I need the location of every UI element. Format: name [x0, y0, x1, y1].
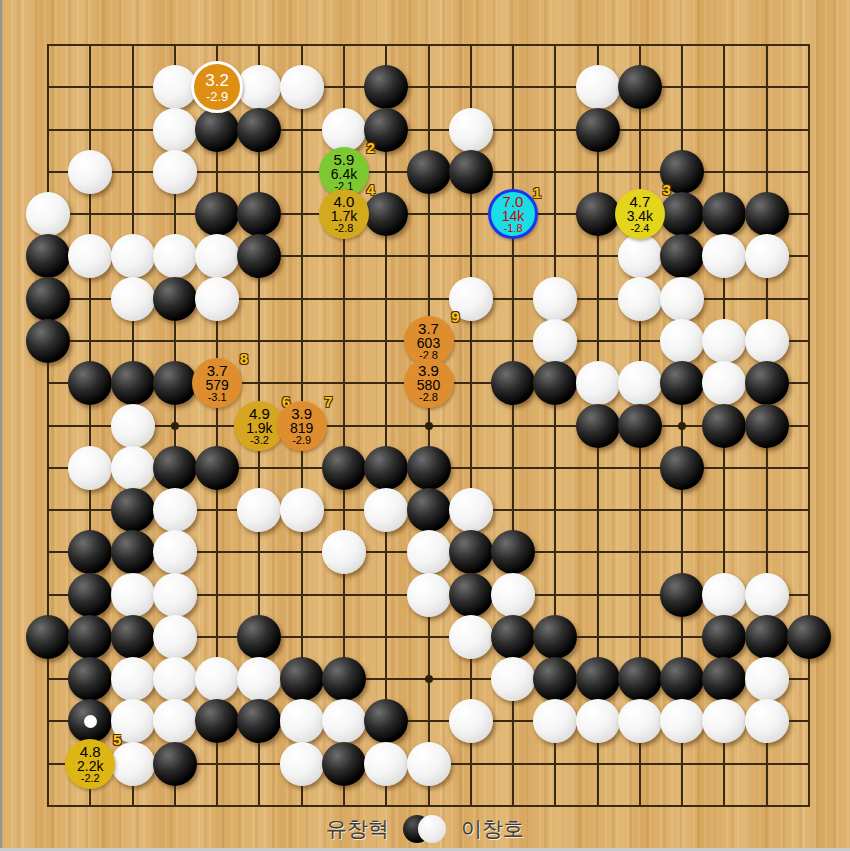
visits-value: 1.9k — [246, 421, 272, 435]
black-stone — [407, 150, 451, 194]
black-stone — [237, 108, 281, 152]
white-stone — [576, 699, 620, 743]
black-stone — [533, 615, 577, 659]
white-stone — [407, 530, 451, 574]
black-stone — [111, 488, 155, 532]
white-stone — [237, 657, 281, 701]
black-stone — [364, 446, 408, 490]
white-stone — [364, 488, 408, 532]
score-delta: -1.8 — [504, 223, 523, 234]
score-delta: -2.9 — [292, 435, 311, 446]
black-stone — [111, 530, 155, 574]
white-stone — [745, 234, 789, 278]
black-stone — [195, 108, 239, 152]
white-stone — [153, 530, 197, 574]
white-stone — [449, 615, 493, 659]
score-delta: -2.9 — [206, 90, 228, 103]
go-board[interactable]: 7.014k-1.815.96.4k-2.124.73.4k-2.434.01.… — [0, 0, 850, 851]
black-stone — [660, 361, 704, 405]
black-stone — [153, 742, 197, 786]
black-stone — [195, 446, 239, 490]
white-stone — [153, 699, 197, 743]
black-stone — [195, 192, 239, 236]
black-stone — [237, 234, 281, 278]
black-stone — [745, 361, 789, 405]
black-stone — [364, 65, 408, 109]
black-stone — [787, 615, 831, 659]
white-stone — [618, 699, 662, 743]
white-stone — [280, 742, 324, 786]
white-stone — [491, 573, 535, 617]
black-stone — [68, 573, 112, 617]
black-stone — [111, 615, 155, 659]
star-point — [678, 422, 686, 430]
white-stone — [533, 319, 577, 363]
black-stone — [68, 657, 112, 701]
winrate-value: 3.9 — [418, 363, 439, 378]
white-stone — [618, 277, 662, 321]
white-stone — [660, 277, 704, 321]
grid-vline — [808, 44, 810, 807]
candidate-rank-badge: 5 — [113, 732, 121, 747]
black-stone — [153, 361, 197, 405]
visits-value: 819 — [290, 421, 313, 435]
candidate-move-1[interactable]: 7.014k-1.81 — [488, 189, 538, 239]
white-stone — [576, 361, 620, 405]
black-stone — [618, 65, 662, 109]
white-stone — [702, 319, 746, 363]
black-stone — [322, 657, 366, 701]
white-stone — [322, 108, 366, 152]
visits-value: 3.4k — [627, 209, 653, 223]
candidate-rank-badge: 2 — [367, 140, 375, 155]
winrate-value: 3.2 — [205, 72, 229, 90]
winrate-value: 4.7 — [629, 194, 650, 209]
star-point — [171, 422, 179, 430]
black-stone — [576, 108, 620, 152]
white-stone — [407, 742, 451, 786]
candidate-rank-badge: 7 — [324, 394, 332, 409]
black-stone — [660, 573, 704, 617]
black-stone — [660, 234, 704, 278]
black-stone — [533, 361, 577, 405]
candidate-rank-badge: 1 — [533, 185, 541, 200]
visits-value: 1.7k — [331, 209, 357, 223]
white-stone — [618, 361, 662, 405]
white-stone — [195, 234, 239, 278]
black-stone — [702, 404, 746, 448]
white-stone — [111, 573, 155, 617]
candidate-rank-badge: 3 — [663, 182, 671, 197]
white-stone — [153, 234, 197, 278]
black-stone — [322, 742, 366, 786]
black-stone — [660, 657, 704, 701]
white-stone — [533, 699, 577, 743]
white-stone — [111, 657, 155, 701]
winrate-value: 3.9 — [291, 406, 312, 421]
white-stone — [745, 573, 789, 617]
black-stone — [745, 615, 789, 659]
winrate-value: 4.8 — [80, 744, 101, 759]
white-stone — [68, 234, 112, 278]
white-player-name: 이창호 — [461, 815, 524, 843]
score-delta: -2.2 — [81, 773, 100, 784]
white-stone — [111, 742, 155, 786]
black-stone — [660, 446, 704, 490]
black-stone — [449, 530, 493, 574]
visits-value: 6.4k — [331, 167, 357, 181]
white-stone — [364, 742, 408, 786]
white-stone — [576, 65, 620, 109]
visits-value: 603 — [417, 336, 440, 350]
black-stone — [745, 404, 789, 448]
white-stone — [68, 150, 112, 194]
black-stone — [68, 530, 112, 574]
white-stone — [702, 234, 746, 278]
score-delta: -3.2 — [250, 435, 269, 446]
white-stone — [153, 150, 197, 194]
black-stone — [407, 446, 451, 490]
winrate-value: 3.7 — [207, 363, 228, 378]
candidate-move[interactable]: 3.9580-2.8 — [404, 358, 454, 408]
white-stone — [491, 657, 535, 701]
black-stone — [576, 657, 620, 701]
black-stone — [491, 615, 535, 659]
visits-value: 14k — [502, 209, 525, 223]
candidate-rank-badge: 4 — [367, 182, 375, 197]
winrate-value: 3.7 — [418, 321, 439, 336]
winrate-value: 5.9 — [334, 152, 355, 167]
visits-value: 2.2k — [77, 759, 103, 773]
black-stone — [702, 615, 746, 659]
black-stone — [745, 192, 789, 236]
white-stone — [533, 277, 577, 321]
black-stone — [237, 192, 281, 236]
white-stone — [449, 699, 493, 743]
score-delta: -2.4 — [630, 223, 649, 234]
white-stone — [618, 234, 662, 278]
black-stone — [364, 192, 408, 236]
winrate-value: 7.0 — [503, 194, 524, 209]
white-stone — [111, 234, 155, 278]
black-player-name: 유창혁 — [326, 815, 389, 843]
white-stone — [280, 699, 324, 743]
candidate-move-8[interactable]: 3.7579-3.18 — [192, 358, 242, 408]
white-stone — [660, 319, 704, 363]
white-stone — [449, 488, 493, 532]
candidate-rank-badge: 9 — [451, 309, 459, 324]
candidate-move-7[interactable]: 3.9819-2.97 — [277, 401, 327, 451]
white-stone — [153, 108, 197, 152]
white-stone — [702, 361, 746, 405]
black-stone — [576, 192, 620, 236]
black-stone — [660, 192, 704, 236]
black-stone — [449, 573, 493, 617]
black-stone — [280, 657, 324, 701]
black-stone — [702, 657, 746, 701]
white-stone — [449, 108, 493, 152]
black-stone — [449, 150, 493, 194]
black-stone — [26, 277, 70, 321]
score-delta: -2.8 — [334, 223, 353, 234]
white-stone — [745, 699, 789, 743]
white-stone — [153, 573, 197, 617]
white-stone — [195, 277, 239, 321]
players-caption: 유창혁 이창호 — [0, 814, 850, 844]
black-stone — [68, 361, 112, 405]
white-stone — [195, 657, 239, 701]
black-stone — [26, 615, 70, 659]
go-review-screen: 7.014k-1.815.96.4k-2.124.73.4k-2.434.01.… — [0, 0, 850, 851]
black-stone — [153, 277, 197, 321]
black-stone — [153, 446, 197, 490]
visits-value: 579 — [205, 378, 228, 392]
black-stone — [364, 699, 408, 743]
black-stone — [237, 615, 281, 659]
white-stone — [26, 192, 70, 236]
white-stone — [660, 699, 704, 743]
candidate-move-5[interactable]: 4.82.2k-2.25 — [65, 739, 115, 789]
white-stone — [237, 488, 281, 532]
score-delta: -2.8 — [419, 392, 438, 403]
winrate-value: 4.9 — [249, 406, 270, 421]
black-stone — [26, 234, 70, 278]
white-stone — [111, 277, 155, 321]
white-stone — [153, 615, 197, 659]
star-point — [425, 675, 433, 683]
black-stone — [237, 699, 281, 743]
star-point — [425, 422, 433, 430]
white-stone — [745, 319, 789, 363]
black-stone — [68, 615, 112, 659]
white-stone — [68, 446, 112, 490]
score-delta: -3.1 — [208, 392, 227, 403]
grid-hline — [47, 805, 810, 807]
white-stone — [702, 699, 746, 743]
candidate-move-4[interactable]: 4.01.7k-2.84 — [319, 189, 369, 239]
left-edge-bar — [0, 0, 2, 851]
black-stone — [322, 446, 366, 490]
black-stone — [407, 488, 451, 532]
white-stone — [237, 65, 281, 109]
white-stone — [702, 573, 746, 617]
white-stone — [280, 65, 324, 109]
black-stone — [491, 530, 535, 574]
candidate-move[interactable]: 3.2-2.9 — [191, 61, 243, 113]
black-stone — [491, 361, 535, 405]
black-stone — [618, 657, 662, 701]
white-stone — [280, 488, 324, 532]
black-stone — [26, 319, 70, 363]
white-stone — [407, 573, 451, 617]
black-stone — [195, 699, 239, 743]
white-stone — [111, 404, 155, 448]
white-stone — [111, 446, 155, 490]
last-move-marker — [84, 715, 97, 728]
white-stone — [745, 657, 789, 701]
visits-value: 580 — [417, 378, 440, 392]
black-stone — [111, 361, 155, 405]
black-stone — [576, 404, 620, 448]
candidate-rank-badge: 8 — [240, 351, 248, 366]
black-stone — [68, 699, 112, 743]
white-stone-icon — [418, 815, 446, 843]
white-stone — [153, 488, 197, 532]
black-stone — [702, 192, 746, 236]
winrate-value: 4.0 — [334, 194, 355, 209]
white-stone — [322, 530, 366, 574]
black-stone — [533, 657, 577, 701]
black-stone — [618, 404, 662, 448]
black-white-stones-icon — [403, 814, 447, 844]
candidate-move-3[interactable]: 4.73.4k-2.43 — [615, 189, 665, 239]
white-stone — [322, 699, 366, 743]
white-stone — [153, 657, 197, 701]
